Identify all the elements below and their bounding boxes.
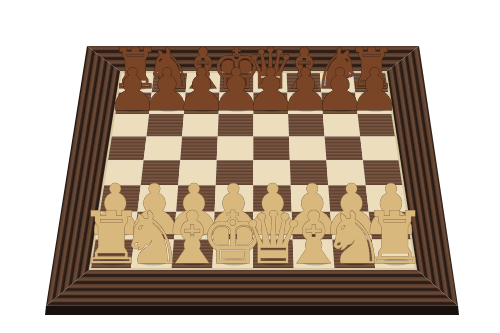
chess-board: ♜♞♝♚♛♝♞♜♟♟♟♟♟♟♟♟♟♟♟♟♟♟♟♟♜♞♝♚♛♝♞♜ — [0, 0, 500, 333]
piece-white-rook-h1: ♜ — [363, 196, 428, 280]
square-h5 — [360, 137, 399, 161]
square-f5 — [289, 137, 326, 161]
piece-black-pawn-h7: ♟ — [348, 56, 400, 124]
photo-canvas: ♜♞♝♚♛♝♞♜♟♟♟♟♟♟♟♟♟♟♟♟♟♟♟♟♜♞♝♚♛♝♞♜ — [0, 0, 500, 333]
square-e5 — [253, 137, 289, 161]
square-d5 — [217, 137, 254, 161]
square-c5 — [180, 137, 218, 161]
square-g5 — [325, 137, 363, 161]
square-a5 — [107, 137, 146, 161]
board-side-edge — [45, 306, 459, 315]
square-b5 — [144, 137, 183, 161]
